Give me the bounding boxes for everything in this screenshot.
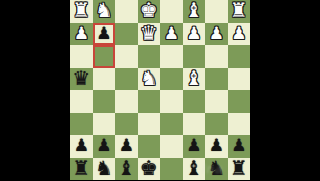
square-e2[interactable]: ♛ xyxy=(138,23,161,46)
square-f5[interactable] xyxy=(115,90,138,113)
square-a1[interactable]: ♜ xyxy=(228,0,251,23)
square-b1[interactable] xyxy=(205,0,228,23)
square-a7[interactable]: ♟ xyxy=(228,135,251,158)
black-pawn[interactable]: ♟ xyxy=(231,134,246,156)
square-d8[interactable] xyxy=(160,158,183,181)
square-g3[interactable] xyxy=(93,45,116,68)
square-e4[interactable]: ♞ xyxy=(138,68,161,91)
square-d1[interactable] xyxy=(160,0,183,23)
black-knight[interactable]: ♞ xyxy=(207,157,225,179)
square-b2[interactable]: ♟ xyxy=(205,23,228,46)
black-pawn[interactable]: ♟ xyxy=(74,134,89,156)
square-f6[interactable] xyxy=(115,113,138,136)
black-pawn[interactable]: ♟ xyxy=(96,134,111,156)
square-f1[interactable] xyxy=(115,0,138,23)
square-e1[interactable]: ♚ xyxy=(138,0,161,23)
square-g2[interactable]: ♟ xyxy=(93,23,116,46)
chess-board: ♜♞♚♝♜♟♟♛♟♟♟♟♛♞♝♟♟♟♟♟♟♜♞♝♚♝♞♜ xyxy=(70,0,250,180)
black-rook[interactable]: ♜ xyxy=(230,157,248,179)
square-h1[interactable]: ♜ xyxy=(70,0,93,23)
square-a8[interactable]: ♜ xyxy=(228,158,251,181)
square-c3[interactable] xyxy=(183,45,206,68)
square-c5[interactable] xyxy=(183,90,206,113)
square-h5[interactable] xyxy=(70,90,93,113)
black-pawn[interactable]: ♟ xyxy=(96,22,111,44)
black-pawn[interactable]: ♟ xyxy=(209,134,224,156)
square-a3[interactable] xyxy=(228,45,251,68)
square-a6[interactable] xyxy=(228,113,251,136)
black-bishop[interactable]: ♝ xyxy=(117,157,135,179)
square-d2[interactable]: ♟ xyxy=(160,23,183,46)
black-knight[interactable]: ♞ xyxy=(95,157,113,179)
square-e5[interactable] xyxy=(138,90,161,113)
square-g1[interactable]: ♞ xyxy=(93,0,116,23)
square-f7[interactable]: ♟ xyxy=(115,135,138,158)
square-h7[interactable]: ♟ xyxy=(70,135,93,158)
square-g5[interactable] xyxy=(93,90,116,113)
white-king[interactable]: ♚ xyxy=(140,0,158,21)
square-e8[interactable]: ♚ xyxy=(138,158,161,181)
square-h6[interactable] xyxy=(70,113,93,136)
square-a2[interactable]: ♟ xyxy=(228,23,251,46)
square-c8[interactable]: ♝ xyxy=(183,158,206,181)
white-pawn[interactable]: ♟ xyxy=(164,22,179,44)
square-b5[interactable] xyxy=(205,90,228,113)
white-bishop[interactable]: ♝ xyxy=(185,0,203,21)
square-h4[interactable]: ♛ xyxy=(70,68,93,91)
black-pawn[interactable]: ♟ xyxy=(186,134,201,156)
square-c1[interactable]: ♝ xyxy=(183,0,206,23)
white-bishop[interactable]: ♝ xyxy=(185,67,203,89)
square-c6[interactable] xyxy=(183,113,206,136)
square-g7[interactable]: ♟ xyxy=(93,135,116,158)
black-king[interactable]: ♚ xyxy=(140,157,158,179)
white-rook[interactable]: ♜ xyxy=(230,0,248,21)
white-pawn[interactable]: ♟ xyxy=(186,22,201,44)
white-queen[interactable]: ♛ xyxy=(140,22,158,44)
white-pawn[interactable]: ♟ xyxy=(209,22,224,44)
black-rook[interactable]: ♜ xyxy=(72,157,90,179)
video-frame: ♜♞♚♝♜♟♟♛♟♟♟♟♛♞♝♟♟♟♟♟♟♜♞♝♚♝♞♜ Ina xyxy=(0,0,320,180)
square-b8[interactable]: ♞ xyxy=(205,158,228,181)
square-e6[interactable] xyxy=(138,113,161,136)
square-g8[interactable]: ♞ xyxy=(93,158,116,181)
square-e7[interactable] xyxy=(138,135,161,158)
square-g4[interactable] xyxy=(93,68,116,91)
black-queen[interactable]: ♛ xyxy=(72,67,90,89)
white-pawn[interactable]: ♟ xyxy=(74,22,89,44)
square-b7[interactable]: ♟ xyxy=(205,135,228,158)
square-d4[interactable] xyxy=(160,68,183,91)
square-c7[interactable]: ♟ xyxy=(183,135,206,158)
square-f8[interactable]: ♝ xyxy=(115,158,138,181)
square-b6[interactable] xyxy=(205,113,228,136)
white-pawn[interactable]: ♟ xyxy=(231,22,246,44)
square-h3[interactable] xyxy=(70,45,93,68)
square-d6[interactable] xyxy=(160,113,183,136)
square-a4[interactable] xyxy=(228,68,251,91)
square-d7[interactable] xyxy=(160,135,183,158)
black-pawn[interactable]: ♟ xyxy=(119,134,134,156)
white-rook[interactable]: ♜ xyxy=(72,0,90,21)
square-f3[interactable] xyxy=(115,45,138,68)
white-knight[interactable]: ♞ xyxy=(95,0,113,21)
square-e3[interactable] xyxy=(138,45,161,68)
white-knight[interactable]: ♞ xyxy=(140,67,158,89)
black-bishop[interactable]: ♝ xyxy=(185,157,203,179)
square-b3[interactable] xyxy=(205,45,228,68)
square-c2[interactable]: ♟ xyxy=(183,23,206,46)
square-f2[interactable] xyxy=(115,23,138,46)
square-c4[interactable]: ♝ xyxy=(183,68,206,91)
square-g6[interactable] xyxy=(93,113,116,136)
square-h8[interactable]: ♜ xyxy=(70,158,93,181)
square-f4[interactable] xyxy=(115,68,138,91)
square-h2[interactable]: ♟ xyxy=(70,23,93,46)
square-a5[interactable] xyxy=(228,90,251,113)
square-b4[interactable] xyxy=(205,68,228,91)
square-d3[interactable] xyxy=(160,45,183,68)
square-d5[interactable] xyxy=(160,90,183,113)
